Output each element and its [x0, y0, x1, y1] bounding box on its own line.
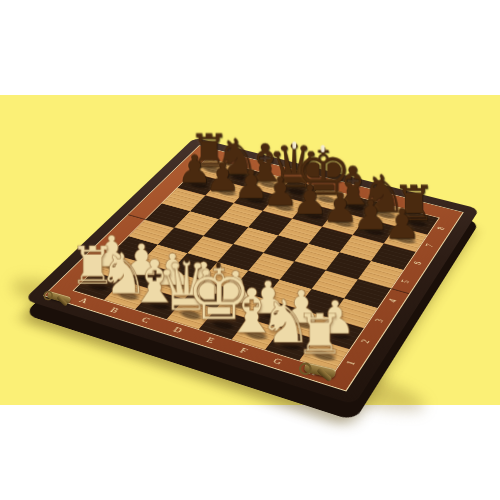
file-label-h: H — [306, 367, 319, 377]
square-c5[interactable] — [203, 219, 248, 244]
file-label-a: A — [77, 296, 90, 304]
rank-label-7: 7 — [423, 241, 437, 251]
rank-label-2: 2 — [358, 336, 374, 348]
square-h1[interactable]: ♜ — [299, 339, 349, 371]
square-g6[interactable] — [340, 235, 384, 261]
rank-label-8: 8 — [434, 224, 448, 233]
rank-label-6: 6 — [411, 258, 425, 268]
product-photo: ♜♞♝♛♚♝♞♜♟♟♟♟♟♟♟♟♟♟♟♟♟♟♟♟♜♞♝♛♚♝♞♜ ABCDEFG… — [0, 0, 500, 500]
file-label-c: C — [140, 316, 152, 325]
white-rook[interactable]: ♜ — [295, 308, 345, 361]
scene: ♜♞♝♛♚♝♞♜♟♟♟♟♟♟♟♟♟♟♟♟♟♟♟♟♜♞♝♛♚♝♞♜ ABCDEFG… — [0, 0, 500, 500]
mahogany-border: ♜♞♝♛♚♝♞♜♟♟♟♟♟♟♟♟♟♟♟♟♟♟♟♟♜♞♝♛♚♝♞♜ ABCDEFG… — [43, 145, 464, 391]
black-pawn[interactable]: ♟ — [383, 205, 420, 245]
file-label-d: D — [171, 326, 184, 335]
rank-label-4: 4 — [385, 295, 400, 306]
board-frame: ♜♞♝♛♚♝♞♜♟♟♟♟♟♟♟♟♟♟♟♟♟♟♟♟♜♞♝♛♚♝♞♜ ABCDEFG… — [24, 137, 480, 404]
chess-board: ♜♞♝♛♚♝♞♜♟♟♟♟♟♟♟♟♟♟♟♟♟♟♟♟♜♞♝♛♚♝♞♜ ABCDEFG… — [24, 137, 480, 404]
file-label-g: G — [271, 357, 284, 366]
rank-label-1: 1 — [343, 357, 359, 369]
file-label-e: E — [205, 336, 217, 345]
file-label-f: F — [238, 346, 249, 355]
rank-label-5: 5 — [398, 276, 413, 286]
rank-label-3: 3 — [372, 315, 388, 326]
file-label-b: B — [108, 306, 120, 314]
